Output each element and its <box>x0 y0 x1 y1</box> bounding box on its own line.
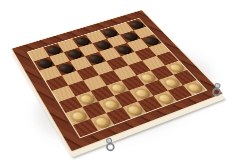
board-grid: ⛂⛂⛂⛂⛂⛂⛂⛂⛂⛂⛂⛂⛀⛀⛀⛀⛀⛀⛀⛀⛀⛀⛀⛀ <box>27 18 208 138</box>
product-photo-stage: ⛂⛂⛂⛂⛂⛂⛂⛂⛂⛂⛂⛂⛀⛀⛀⛀⛀⛀⛀⛀⛀⛀⛀⛀ <box>0 0 240 164</box>
light-checker[interactable]: ⛀ <box>185 81 204 93</box>
right-clasp-icon <box>209 82 225 103</box>
checkers-board[interactable]: ⛂⛂⛂⛂⛂⛂⛂⛂⛂⛂⛂⛂⛀⛀⛀⛀⛀⛀⛀⛀⛀⛀⛀⛀ <box>11 10 224 153</box>
